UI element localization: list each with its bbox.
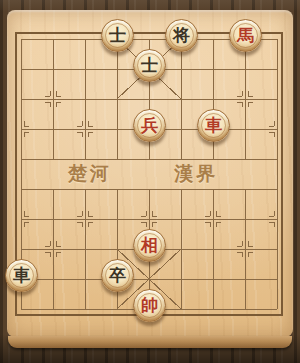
piece-black-general[interactable]: 将 [165, 19, 198, 52]
piece-black-advisor-2[interactable]: 士 [133, 49, 166, 82]
piece-red-horse[interactable]: 馬 [229, 19, 262, 52]
piece-glyph: 車 [205, 117, 222, 134]
piece-glyph: 卒 [109, 267, 126, 284]
piece-black-soldier[interactable]: 卒 [101, 259, 134, 292]
piece-black-advisor[interactable]: 士 [101, 19, 134, 52]
piece-glyph: 相 [141, 237, 158, 254]
piece-glyph: 兵 [141, 117, 158, 134]
piece-red-chariot[interactable]: 車 [197, 109, 230, 142]
piece-red-elephant[interactable]: 相 [133, 229, 166, 262]
piece-glyph: 車 [13, 267, 30, 284]
piece-glyph: 将 [173, 27, 190, 44]
piece-glyph: 帥 [141, 297, 158, 314]
river-label-chu-he: 楚河 [55, 162, 125, 186]
river-label-han-jie: 漢界 [161, 162, 231, 186]
piece-black-chariot[interactable]: 車 [5, 259, 38, 292]
piece-glyph: 士 [141, 57, 158, 74]
piece-red-soldier[interactable]: 兵 [133, 109, 166, 142]
piece-red-general[interactable]: 帥 [133, 289, 166, 322]
piece-glyph: 馬 [237, 27, 254, 44]
piece-glyph: 士 [109, 27, 126, 44]
